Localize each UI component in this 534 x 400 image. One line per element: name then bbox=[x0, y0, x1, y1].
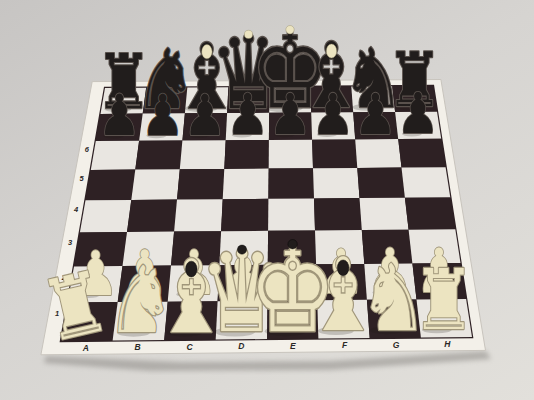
piece-black-pawn-f7[interactable]: ♟ bbox=[311, 81, 354, 147]
square-a4[interactable] bbox=[80, 200, 131, 233]
piece-white-rook-h1[interactable]: ♜ bbox=[412, 252, 476, 349]
square-d5[interactable] bbox=[223, 169, 269, 200]
rank-label-4: 4 bbox=[73, 205, 79, 214]
piece-black-pawn-a7[interactable]: ♟ bbox=[98, 83, 141, 149]
piece-finial bbox=[186, 261, 198, 277]
piece-finial bbox=[286, 26, 294, 34]
square-c5[interactable] bbox=[177, 169, 224, 200]
piece-black-pawn-h7[interactable]: ♟ bbox=[396, 80, 439, 146]
piece-finial bbox=[237, 245, 246, 254]
piece-finial bbox=[337, 260, 349, 276]
piece-finial bbox=[326, 44, 336, 58]
square-h5[interactable] bbox=[402, 167, 451, 198]
square-b5[interactable] bbox=[131, 169, 180, 200]
square-g5[interactable] bbox=[357, 168, 405, 199]
square-h4[interactable] bbox=[405, 197, 455, 229]
piece-black-pawn-e7[interactable]: ♟ bbox=[269, 81, 312, 147]
square-g4[interactable] bbox=[360, 198, 409, 230]
piece-black-pawn-g7[interactable]: ♟ bbox=[354, 81, 397, 147]
square-a5[interactable] bbox=[86, 170, 136, 201]
square-b4[interactable] bbox=[127, 200, 177, 232]
piece-black-pawn-c7[interactable]: ♟ bbox=[184, 82, 227, 148]
piece-black-pawn-b7[interactable]: ♟ bbox=[141, 82, 184, 148]
square-e5[interactable] bbox=[268, 168, 314, 199]
piece-black-pawn-d7[interactable]: ♟ bbox=[226, 82, 269, 148]
piece-finial bbox=[288, 240, 297, 249]
scene-background: ABCDEFGH123456♜♞♝♛♚♝♞♜♟♟♟♟♟♟♟♟♟♟♟♟♟♟♟♟♜♞… bbox=[0, 0, 534, 400]
square-f5[interactable] bbox=[313, 168, 360, 199]
chessboard-photo: ABCDEFGH123456♜♞♝♛♚♝♞♜♟♟♟♟♟♟♟♟♟♟♟♟♟♟♟♟♜♞… bbox=[0, 0, 534, 400]
